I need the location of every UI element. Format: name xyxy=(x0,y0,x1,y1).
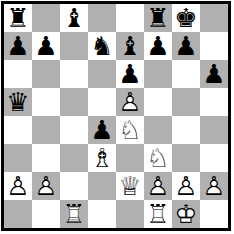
black-queen-piece: ♛ xyxy=(4,88,32,116)
square-g8[interactable]: ♚ xyxy=(172,4,200,32)
square-c6[interactable] xyxy=(60,60,88,88)
square-b6[interactable] xyxy=(32,60,60,88)
square-e8[interactable] xyxy=(116,4,144,32)
black-king-piece: ♚ xyxy=(172,4,200,32)
white-pawn-piece: ♙ xyxy=(144,172,172,200)
square-d8[interactable] xyxy=(88,4,116,32)
square-c5[interactable] xyxy=(60,88,88,116)
square-f8[interactable]: ♜ xyxy=(144,4,172,32)
square-a6[interactable] xyxy=(4,60,32,88)
white-bishop-piece: ♗ xyxy=(88,144,116,172)
square-g6[interactable] xyxy=(172,60,200,88)
square-a2[interactable]: ♟♙ xyxy=(4,172,32,200)
square-h7[interactable] xyxy=(200,32,228,60)
square-e2[interactable]: ♛♕ xyxy=(116,172,144,200)
square-g4[interactable] xyxy=(172,116,200,144)
square-d6[interactable] xyxy=(88,60,116,88)
square-d1[interactable] xyxy=(88,200,116,228)
square-g1[interactable]: ♚♔ xyxy=(172,200,200,228)
black-bishop-piece: ♝ xyxy=(60,4,88,32)
square-f3[interactable]: ♞♘ xyxy=(144,144,172,172)
square-c4[interactable] xyxy=(60,116,88,144)
black-pawn-piece: ♟ xyxy=(4,32,32,60)
black-rook-piece: ♜ xyxy=(144,4,172,32)
square-b8[interactable] xyxy=(32,4,60,32)
black-rook-piece: ♜ xyxy=(4,4,32,32)
square-b3[interactable] xyxy=(32,144,60,172)
square-c1[interactable]: ♜♖ xyxy=(60,200,88,228)
square-d4[interactable]: ♟ xyxy=(88,116,116,144)
white-pawn-piece: ♙ xyxy=(116,88,144,116)
square-c7[interactable] xyxy=(60,32,88,60)
white-knight-piece: ♘ xyxy=(144,144,172,172)
square-a8[interactable]: ♜ xyxy=(4,4,32,32)
white-king-piece: ♔ xyxy=(172,200,200,228)
square-b4[interactable] xyxy=(32,116,60,144)
black-pawn-piece: ♟ xyxy=(88,116,116,144)
square-a1[interactable] xyxy=(4,200,32,228)
square-d7[interactable]: ♞ xyxy=(88,32,116,60)
black-pawn-piece: ♟ xyxy=(144,32,172,60)
square-b2[interactable]: ♟♙ xyxy=(32,172,60,200)
square-f6[interactable] xyxy=(144,60,172,88)
square-a4[interactable] xyxy=(4,116,32,144)
white-rook-piece: ♖ xyxy=(144,200,172,228)
square-f2[interactable]: ♟♙ xyxy=(144,172,172,200)
square-d2[interactable] xyxy=(88,172,116,200)
white-pawn-piece: ♙ xyxy=(200,172,228,200)
square-h3[interactable] xyxy=(200,144,228,172)
square-h8[interactable] xyxy=(200,4,228,32)
square-a5[interactable]: ♛ xyxy=(4,88,32,116)
black-pawn-piece: ♟ xyxy=(172,32,200,60)
square-f4[interactable] xyxy=(144,116,172,144)
square-b5[interactable] xyxy=(32,88,60,116)
square-e5[interactable]: ♟♙ xyxy=(116,88,144,116)
square-g2[interactable]: ♟♙ xyxy=(172,172,200,200)
square-g3[interactable] xyxy=(172,144,200,172)
square-a3[interactable] xyxy=(4,144,32,172)
square-g7[interactable]: ♟ xyxy=(172,32,200,60)
chess-board: ♜♝♜♚♟♟♞♝♟♟♟♟♛♟♙♟♞♘♝♗♞♘♟♙♟♙♛♕♟♙♟♙♟♙♜♖♜♖♚♔ xyxy=(1,1,231,231)
square-e4[interactable]: ♞♘ xyxy=(116,116,144,144)
white-rook-piece: ♖ xyxy=(60,200,88,228)
white-knight-piece: ♘ xyxy=(116,116,144,144)
black-bishop-piece: ♝ xyxy=(116,32,144,60)
white-pawn-piece: ♙ xyxy=(4,172,32,200)
square-h4[interactable] xyxy=(200,116,228,144)
square-d3[interactable]: ♝♗ xyxy=(88,144,116,172)
square-b1[interactable] xyxy=(32,200,60,228)
white-pawn-piece: ♙ xyxy=(32,172,60,200)
square-f1[interactable]: ♜♖ xyxy=(144,200,172,228)
square-a7[interactable]: ♟ xyxy=(4,32,32,60)
square-d5[interactable] xyxy=(88,88,116,116)
square-e6[interactable]: ♟ xyxy=(116,60,144,88)
square-e7[interactable]: ♝ xyxy=(116,32,144,60)
black-pawn-piece: ♟ xyxy=(200,60,228,88)
square-h2[interactable]: ♟♙ xyxy=(200,172,228,200)
white-queen-piece: ♕ xyxy=(116,172,144,200)
square-e1[interactable] xyxy=(116,200,144,228)
square-g5[interactable] xyxy=(172,88,200,116)
square-c2[interactable] xyxy=(60,172,88,200)
square-h6[interactable]: ♟ xyxy=(200,60,228,88)
diagram-frame: ♜♝♜♚♟♟♞♝♟♟♟♟♛♟♙♟♞♘♝♗♞♘♟♙♟♙♛♕♟♙♟♙♟♙♜♖♜♖♚♔ xyxy=(0,0,234,234)
square-h5[interactable] xyxy=(200,88,228,116)
black-pawn-piece: ♟ xyxy=(32,32,60,60)
black-pawn-piece: ♟ xyxy=(116,60,144,88)
black-knight-piece: ♞ xyxy=(88,32,116,60)
white-pawn-piece: ♙ xyxy=(172,172,200,200)
square-f7[interactable]: ♟ xyxy=(144,32,172,60)
square-c8[interactable]: ♝ xyxy=(60,4,88,32)
square-h1[interactable] xyxy=(200,200,228,228)
square-b7[interactable]: ♟ xyxy=(32,32,60,60)
square-f5[interactable] xyxy=(144,88,172,116)
square-e3[interactable] xyxy=(116,144,144,172)
square-c3[interactable] xyxy=(60,144,88,172)
